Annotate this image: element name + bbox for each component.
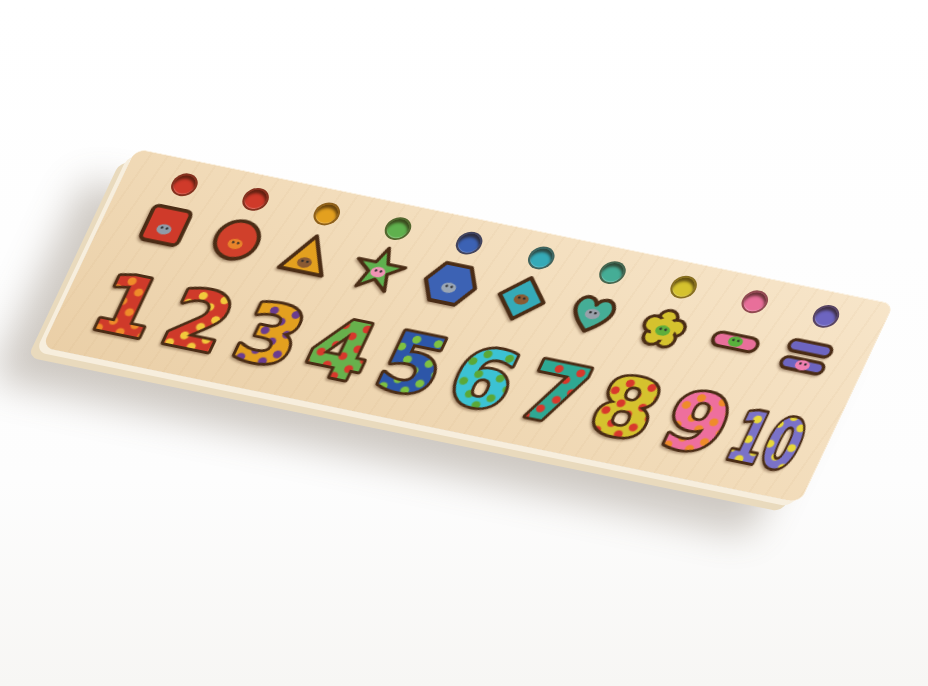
minus-icon — [696, 312, 774, 373]
peg-hole-square — [167, 171, 202, 198]
shape-cutout-circle — [196, 209, 276, 274]
star-icon — [340, 239, 418, 300]
shape-cutout-flower — [624, 297, 704, 362]
shape-cutout-star — [338, 239, 418, 304]
flower-icon — [625, 297, 703, 358]
peg-hole-star — [381, 215, 416, 242]
circle-icon — [198, 209, 276, 270]
shape-cutout-square — [125, 195, 205, 260]
equals-icon — [768, 326, 846, 387]
shape-cutout-equals — [766, 326, 846, 391]
photo-background: 1 2 3 4 — [0, 0, 928, 686]
triangle-icon — [269, 224, 347, 285]
puzzle-board: 1 2 3 4 — [42, 148, 895, 503]
shape-cutout-heart — [552, 282, 632, 347]
shape-cutout-diamond — [481, 268, 561, 333]
peg-hole-flower — [666, 273, 701, 300]
peg-hole-circle — [238, 185, 273, 212]
heart-icon — [554, 282, 632, 343]
hexagon-icon — [411, 253, 489, 314]
peg-hole-triangle — [310, 200, 345, 227]
diamond-icon — [483, 268, 561, 329]
shape-cutout-hexagon — [410, 253, 490, 318]
square-icon — [126, 195, 204, 256]
shape-cutout-minus — [695, 312, 775, 377]
peg-hole-heart — [595, 258, 630, 285]
peg-hole-diamond — [524, 244, 559, 271]
shape-cutout-triangle — [267, 224, 347, 289]
peg-hole-equals — [809, 302, 844, 329]
peg-hole-hexagon — [452, 229, 487, 256]
peg-hole-minus — [737, 288, 772, 315]
